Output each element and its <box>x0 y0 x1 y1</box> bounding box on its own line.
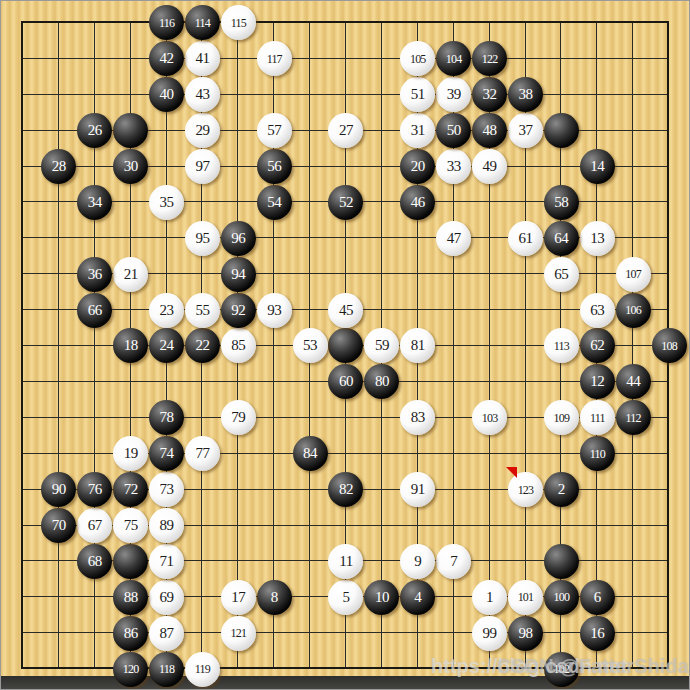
black-stone-104: 104 <box>436 41 471 76</box>
white-stone-71: 71 <box>149 544 184 579</box>
move-number: 33 <box>447 159 461 174</box>
move-number: 79 <box>231 410 245 425</box>
move-number: 20 <box>411 159 425 174</box>
white-stone-5: 5 <box>328 580 363 615</box>
black-stone-60: 60 <box>328 364 363 399</box>
move-number: 45 <box>339 303 353 318</box>
black-stone-80: 80 <box>364 364 399 399</box>
move-number: 2 <box>558 482 565 497</box>
move-number: 40 <box>160 87 174 102</box>
move-number: 109 <box>554 412 570 424</box>
move-number: 48 <box>483 123 497 138</box>
move-number: 60 <box>339 374 353 389</box>
black-stone-68: 68 <box>77 544 112 579</box>
black-stone-handicap <box>113 113 148 148</box>
white-stone-11: 11 <box>328 544 363 579</box>
move-number: 115 <box>231 17 246 29</box>
move-number: 107 <box>625 268 641 280</box>
move-number: 74 <box>160 446 174 461</box>
move-number: 88 <box>124 590 138 605</box>
black-stone-38: 38 <box>508 77 543 112</box>
move-number: 78 <box>160 410 174 425</box>
black-stone-12: 12 <box>580 364 615 399</box>
move-number: 52 <box>339 195 353 210</box>
black-stone-96: 96 <box>221 221 256 256</box>
white-stone-99: 99 <box>472 616 507 651</box>
white-stone-85: 85 <box>221 328 256 363</box>
move-number: 24 <box>160 338 174 353</box>
white-stone-63: 63 <box>580 293 615 328</box>
white-stone-43: 43 <box>185 77 220 112</box>
black-stone-114: 114 <box>185 5 220 40</box>
black-stone-40: 40 <box>149 77 184 112</box>
white-stone-61: 61 <box>508 221 543 256</box>
move-number: 55 <box>195 303 209 318</box>
white-stone-81: 81 <box>400 328 435 363</box>
black-stone-72: 72 <box>113 472 148 507</box>
black-stone-102: 102 <box>544 652 579 687</box>
white-stone-123: 123 <box>508 472 543 507</box>
move-number: 41 <box>195 51 209 66</box>
white-stone-109: 109 <box>544 400 579 435</box>
black-stone-16: 16 <box>580 616 615 651</box>
white-stone-101: 101 <box>508 580 543 615</box>
move-number: 18 <box>124 338 138 353</box>
black-stone-34: 34 <box>77 185 112 220</box>
white-stone-89: 89 <box>149 508 184 543</box>
move-number: 66 <box>88 303 102 318</box>
move-number: 100 <box>554 591 570 603</box>
move-number: 47 <box>447 231 461 246</box>
last-move-marker <box>506 467 517 478</box>
move-number: 81 <box>411 338 425 353</box>
black-stone-8: 8 <box>257 580 292 615</box>
move-number: 36 <box>88 267 102 282</box>
white-stone-91: 91 <box>400 472 435 507</box>
black-stone-54: 54 <box>257 185 292 220</box>
black-stone-94: 94 <box>221 257 256 292</box>
black-stone-10: 10 <box>364 580 399 615</box>
black-stone-78: 78 <box>149 400 184 435</box>
black-stone-handicap <box>544 544 579 579</box>
move-number: 21 <box>124 267 138 282</box>
move-number: 10 <box>375 590 389 605</box>
move-number: 91 <box>411 482 425 497</box>
move-number: 85 <box>231 338 245 353</box>
white-stone-69: 69 <box>149 580 184 615</box>
white-stone-115: 115 <box>221 5 256 40</box>
white-stone-83: 83 <box>400 400 435 435</box>
black-stone-92: 92 <box>221 293 256 328</box>
move-number: 103 <box>482 412 498 424</box>
move-number: 101 <box>518 591 534 603</box>
move-number: 108 <box>661 340 677 352</box>
white-stone-29: 29 <box>185 113 220 148</box>
move-number: 32 <box>483 87 497 102</box>
move-number: 123 <box>518 484 534 496</box>
black-stone-56: 56 <box>257 149 292 184</box>
white-stone-87: 87 <box>149 616 184 651</box>
black-stone-90: 90 <box>41 472 76 507</box>
white-stone-119: 119 <box>185 652 220 687</box>
move-number: 96 <box>231 231 245 246</box>
black-stone-74: 74 <box>149 436 184 471</box>
move-number: 89 <box>160 518 174 533</box>
move-number: 42 <box>160 51 174 66</box>
white-stone-75: 75 <box>113 508 148 543</box>
move-number: 43 <box>195 87 209 102</box>
black-stone-58: 58 <box>544 185 579 220</box>
move-number: 105 <box>410 53 426 65</box>
move-number: 6 <box>594 590 601 605</box>
black-stone-64: 64 <box>544 221 579 256</box>
move-number: 61 <box>518 231 532 246</box>
move-number: 120 <box>123 663 139 675</box>
move-number: 112 <box>626 412 641 424</box>
move-number: 118 <box>159 663 174 675</box>
move-number: 65 <box>554 267 568 282</box>
move-number: 99 <box>483 626 497 641</box>
move-number: 31 <box>411 123 425 138</box>
black-stone-6: 6 <box>580 580 615 615</box>
white-stone-33: 33 <box>436 149 471 184</box>
move-number: 23 <box>160 303 174 318</box>
move-number: 82 <box>339 482 353 497</box>
white-stone-49: 49 <box>472 149 507 184</box>
white-stone-77: 77 <box>185 436 220 471</box>
move-number: 50 <box>447 123 461 138</box>
move-number: 11 <box>339 554 352 569</box>
move-number: 71 <box>160 554 174 569</box>
white-stone-13: 13 <box>580 221 615 256</box>
move-number: 12 <box>590 374 604 389</box>
white-stone-39: 39 <box>436 77 471 112</box>
black-stone-88: 88 <box>113 580 148 615</box>
move-number: 7 <box>450 554 457 569</box>
move-number: 16 <box>590 626 604 641</box>
black-stone-22: 22 <box>185 328 220 363</box>
white-stone-45: 45 <box>328 293 363 328</box>
white-stone-105: 105 <box>400 41 435 76</box>
white-stone-93: 93 <box>257 293 292 328</box>
move-number: 80 <box>375 374 389 389</box>
move-number: 121 <box>230 627 246 639</box>
white-stone-1: 1 <box>472 580 507 615</box>
black-stone-118: 118 <box>149 652 184 687</box>
black-stone-26: 26 <box>77 113 112 148</box>
white-stone-59: 59 <box>364 328 399 363</box>
white-stone-23: 23 <box>149 293 184 328</box>
move-number: 86 <box>124 626 138 641</box>
move-number: 93 <box>267 303 281 318</box>
move-number: 113 <box>554 340 569 352</box>
white-stone-27: 27 <box>328 113 363 148</box>
move-number: 54 <box>267 195 281 210</box>
move-number: 67 <box>88 518 102 533</box>
move-number: 14 <box>590 159 604 174</box>
black-stone-20: 20 <box>400 149 435 184</box>
black-stone-110: 110 <box>580 436 615 471</box>
move-number: 104 <box>446 53 462 65</box>
black-stone-handicap <box>328 328 363 363</box>
move-number: 28 <box>52 159 66 174</box>
move-number: 90 <box>52 482 66 497</box>
move-number: 95 <box>195 231 209 246</box>
black-stone-116: 116 <box>149 5 184 40</box>
black-stone-2: 2 <box>544 472 579 507</box>
move-number: 57 <box>267 123 281 138</box>
white-stone-7: 7 <box>436 544 471 579</box>
black-stone-112: 112 <box>616 400 651 435</box>
move-number: 19 <box>124 446 138 461</box>
white-stone-103: 103 <box>472 400 507 435</box>
black-stone-84: 84 <box>293 436 328 471</box>
black-stone-98: 98 <box>508 616 543 651</box>
black-stone-24: 24 <box>149 328 184 363</box>
black-stone-36: 36 <box>77 257 112 292</box>
move-number: 64 <box>554 231 568 246</box>
black-stone-30: 30 <box>113 149 148 184</box>
move-number: 34 <box>88 195 102 210</box>
black-stone-14: 14 <box>580 149 615 184</box>
move-number: 9 <box>414 554 421 569</box>
move-number: 46 <box>411 195 425 210</box>
black-stone-handicap <box>113 544 148 579</box>
move-number: 102 <box>554 663 570 675</box>
move-number: 84 <box>303 446 317 461</box>
black-stone-76: 76 <box>77 472 112 507</box>
black-stone-44: 44 <box>616 364 651 399</box>
move-number: 63 <box>590 303 604 318</box>
move-number: 44 <box>626 374 640 389</box>
move-number: 77 <box>195 446 209 461</box>
move-number: 83 <box>411 410 425 425</box>
black-stone-48: 48 <box>472 113 507 148</box>
move-number: 8 <box>271 590 278 605</box>
move-number: 27 <box>339 123 353 138</box>
move-number: 117 <box>267 53 282 65</box>
stones-grid: 1245678910111213141617181920212223242627… <box>5 5 687 687</box>
move-number: 97 <box>195 159 209 174</box>
move-number: 116 <box>159 17 174 29</box>
white-stone-21: 21 <box>113 257 148 292</box>
move-number: 53 <box>303 338 317 353</box>
black-stone-86: 86 <box>113 616 148 651</box>
move-number: 51 <box>411 87 425 102</box>
white-stone-79: 79 <box>221 400 256 435</box>
white-stone-57: 57 <box>257 113 292 148</box>
move-number: 98 <box>518 626 532 641</box>
black-stone-32: 32 <box>472 77 507 112</box>
white-stone-121: 121 <box>221 616 256 651</box>
move-number: 68 <box>88 554 102 569</box>
black-stone-106: 106 <box>616 293 651 328</box>
move-number: 87 <box>160 626 174 641</box>
white-stone-113: 113 <box>544 328 579 363</box>
black-stone-70: 70 <box>41 508 76 543</box>
move-number: 69 <box>160 590 174 605</box>
move-number: 119 <box>195 663 210 675</box>
move-number: 122 <box>482 53 498 65</box>
move-number: 114 <box>195 17 210 29</box>
white-stone-67: 67 <box>77 508 112 543</box>
move-number: 58 <box>554 195 568 210</box>
move-number: 76 <box>88 482 102 497</box>
move-number: 56 <box>267 159 281 174</box>
move-number: 59 <box>375 338 389 353</box>
move-number: 38 <box>518 87 532 102</box>
move-number: 62 <box>590 338 604 353</box>
move-number: 37 <box>518 123 532 138</box>
white-stone-73: 73 <box>149 472 184 507</box>
black-stone-120: 120 <box>113 652 148 687</box>
move-number: 49 <box>483 159 497 174</box>
white-stone-47: 47 <box>436 221 471 256</box>
white-stone-51: 51 <box>400 77 435 112</box>
move-number: 70 <box>52 518 66 533</box>
black-stone-66: 66 <box>77 293 112 328</box>
white-stone-9: 9 <box>400 544 435 579</box>
white-stone-107: 107 <box>616 257 651 292</box>
white-stone-35: 35 <box>149 185 184 220</box>
black-stone-108: 108 <box>652 328 687 363</box>
white-stone-19: 19 <box>113 436 148 471</box>
white-stone-65: 65 <box>544 257 579 292</box>
move-number: 30 <box>124 159 138 174</box>
move-number: 94 <box>231 267 245 282</box>
move-number: 13 <box>590 231 604 246</box>
white-stone-95: 95 <box>185 221 220 256</box>
white-stone-41: 41 <box>185 41 220 76</box>
move-number: 39 <box>447 87 461 102</box>
move-number: 106 <box>625 304 641 316</box>
move-number: 5 <box>342 590 349 605</box>
move-number: 92 <box>231 303 245 318</box>
move-number: 29 <box>195 123 209 138</box>
black-stone-28: 28 <box>41 149 76 184</box>
move-number: 35 <box>160 195 174 210</box>
black-stone-50: 50 <box>436 113 471 148</box>
move-number: 72 <box>124 482 138 497</box>
white-stone-17: 17 <box>221 580 256 615</box>
white-stone-31: 31 <box>400 113 435 148</box>
white-stone-97: 97 <box>185 149 220 184</box>
black-stone-46: 46 <box>400 185 435 220</box>
move-number: 22 <box>195 338 209 353</box>
black-stone-62: 62 <box>580 328 615 363</box>
black-stone-handicap <box>544 113 579 148</box>
move-number: 17 <box>231 590 245 605</box>
black-stone-82: 82 <box>328 472 363 507</box>
move-number: 26 <box>88 123 102 138</box>
black-stone-52: 52 <box>328 185 363 220</box>
white-stone-55: 55 <box>185 293 220 328</box>
white-stone-117: 117 <box>257 41 292 76</box>
black-stone-122: 122 <box>472 41 507 76</box>
black-stone-4: 4 <box>400 580 435 615</box>
white-stone-111: 111 <box>580 400 615 435</box>
black-stone-42: 42 <box>149 41 184 76</box>
move-number: 110 <box>590 448 605 460</box>
move-number: 75 <box>124 518 138 533</box>
move-number: 111 <box>590 412 605 424</box>
move-number: 1 <box>486 590 493 605</box>
black-stone-18: 18 <box>113 328 148 363</box>
go-board-screenshot: 1245678910111213141617181920212223242627… <box>0 0 690 690</box>
black-stone-100: 100 <box>544 580 579 615</box>
move-number: 4 <box>414 590 421 605</box>
white-stone-37: 37 <box>508 113 543 148</box>
move-number: 73 <box>160 482 174 497</box>
white-stone-53: 53 <box>293 328 328 363</box>
